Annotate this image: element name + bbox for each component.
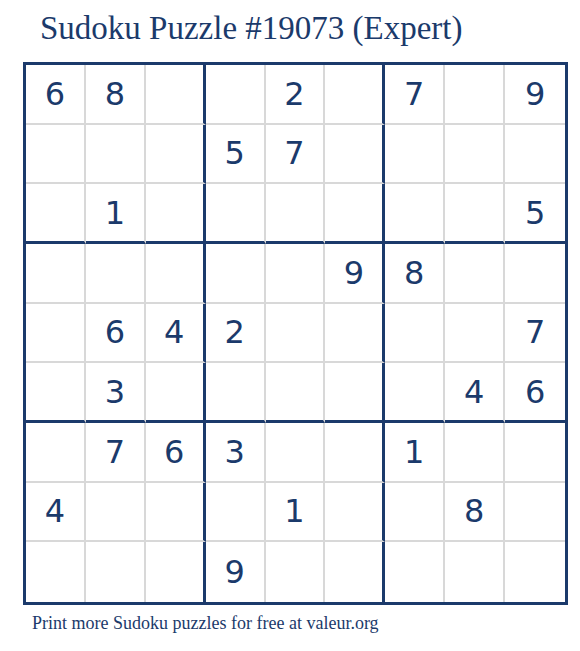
given-digit-r4c7: 8 [385,244,445,304]
cell-r7c8 [445,423,505,483]
given-digit-r4c6: 9 [325,244,385,304]
cell-r7c6 [325,423,385,483]
cell-r9c5 [266,542,326,602]
cell-r1c8 [445,65,505,125]
cell-r3c7 [385,184,445,244]
cell-r2c7 [385,125,445,185]
cell-r9c1 [26,542,86,602]
cell-r5c1 [26,304,86,364]
cell-r8c3 [146,483,206,543]
cell-r9c2 [86,542,146,602]
given-digit-r7c2: 7 [86,423,146,483]
given-digit-r1c2: 8 [86,65,146,125]
cell-r4c4 [206,244,266,304]
cell-r7c5 [266,423,326,483]
cell-r5c7 [385,304,445,364]
cell-r3c1 [26,184,86,244]
sudoku-board: 68279571598642734676314189 [23,62,568,605]
given-digit-r1c7: 7 [385,65,445,125]
cell-r7c9 [505,423,565,483]
given-digit-r6c2: 3 [86,363,146,423]
cell-r4c1 [26,244,86,304]
given-digit-r7c7: 1 [385,423,445,483]
given-digit-r5c4: 2 [206,304,266,364]
given-digit-r3c2: 1 [86,184,146,244]
cell-r2c2 [86,125,146,185]
given-digit-r7c4: 3 [206,423,266,483]
cell-r8c2 [86,483,146,543]
given-digit-r6c8: 4 [445,363,505,423]
given-digit-r3c9: 5 [505,184,565,244]
cell-r6c6 [325,363,385,423]
cell-r9c9 [505,542,565,602]
cell-r6c5 [266,363,326,423]
given-digit-r1c5: 2 [266,65,326,125]
footer-text: Print more Sudoku puzzles for free at va… [32,613,379,635]
cell-r8c6 [325,483,385,543]
cell-r8c9 [505,483,565,543]
given-digit-r5c3: 4 [146,304,206,364]
given-digit-r1c1: 6 [26,65,86,125]
cell-r9c3 [146,542,206,602]
cell-r2c6 [325,125,385,185]
cell-r6c3 [146,363,206,423]
page-title: Sudoku Puzzle #19073 (Expert) [40,12,463,45]
given-digit-r8c5: 1 [266,483,326,543]
cell-r3c5 [266,184,326,244]
sudoku-page: Sudoku Puzzle #19073 (Expert) 6827957159… [0,0,580,651]
cell-r4c8 [445,244,505,304]
cell-r8c7 [385,483,445,543]
cell-r4c2 [86,244,146,304]
given-digit-r2c4: 5 [206,125,266,185]
cell-r5c8 [445,304,505,364]
cell-r6c7 [385,363,445,423]
given-digit-r1c9: 9 [505,65,565,125]
cell-r1c3 [146,65,206,125]
cell-r3c4 [206,184,266,244]
cell-r4c9 [505,244,565,304]
cell-r4c5 [266,244,326,304]
cell-r7c1 [26,423,86,483]
given-digit-r6c9: 6 [505,363,565,423]
cell-r3c6 [325,184,385,244]
cell-r2c1 [26,125,86,185]
given-digit-r7c3: 6 [146,423,206,483]
given-digit-r5c9: 7 [505,304,565,364]
cell-r3c3 [146,184,206,244]
given-digit-r2c5: 7 [266,125,326,185]
given-digit-r9c4: 9 [206,542,266,602]
given-digit-r5c2: 6 [86,304,146,364]
cell-r2c3 [146,125,206,185]
cell-r9c7 [385,542,445,602]
given-digit-r8c8: 8 [445,483,505,543]
cell-r5c5 [266,304,326,364]
cell-r4c3 [146,244,206,304]
cell-r9c8 [445,542,505,602]
cell-r1c6 [325,65,385,125]
cell-r2c9 [505,125,565,185]
given-digit-r8c1: 4 [26,483,86,543]
cell-r8c4 [206,483,266,543]
cell-r5c6 [325,304,385,364]
cell-r2c8 [445,125,505,185]
cell-r1c4 [206,65,266,125]
cell-r3c8 [445,184,505,244]
cell-r6c4 [206,363,266,423]
cell-r9c6 [325,542,385,602]
cell-r6c1 [26,363,86,423]
